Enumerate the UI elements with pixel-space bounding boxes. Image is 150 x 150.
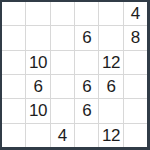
cell-empty[interactable]	[51, 51, 74, 74]
cell-empty[interactable]	[26, 124, 49, 147]
cell-empty[interactable]	[124, 51, 147, 74]
cell-empty[interactable]	[99, 2, 122, 25]
cell-empty[interactable]	[26, 2, 49, 25]
cell-given[interactable]: 12	[99, 124, 122, 147]
cell-empty[interactable]	[124, 75, 147, 98]
cell-given[interactable]: 10	[26, 51, 49, 74]
cell-empty[interactable]	[51, 26, 74, 49]
cell-empty[interactable]	[26, 26, 49, 49]
cell-given[interactable]: 4	[124, 2, 147, 25]
cell-empty[interactable]	[75, 124, 98, 147]
cell-empty[interactable]	[124, 124, 147, 147]
cell-given[interactable]: 6	[75, 26, 98, 49]
cell-empty[interactable]	[2, 75, 25, 98]
cell-given[interactable]: 8	[124, 26, 147, 49]
cell-given[interactable]: 10	[26, 99, 49, 122]
cell-empty[interactable]	[2, 2, 25, 25]
cell-empty[interactable]	[51, 2, 74, 25]
cell-empty[interactable]	[124, 99, 147, 122]
cell-empty[interactable]	[2, 124, 25, 147]
cell-given[interactable]: 6	[26, 75, 49, 98]
cell-empty[interactable]	[99, 99, 122, 122]
cell-given[interactable]: 6	[75, 75, 98, 98]
cell-given[interactable]: 4	[51, 124, 74, 147]
cell-empty[interactable]	[2, 26, 25, 49]
cell-empty[interactable]	[99, 26, 122, 49]
cell-given[interactable]: 6	[99, 75, 122, 98]
cell-empty[interactable]	[75, 2, 98, 25]
cell-given[interactable]: 12	[99, 51, 122, 74]
puzzle-board: 4681012666106412	[0, 0, 150, 150]
cell-empty[interactable]	[75, 51, 98, 74]
cell-given[interactable]: 6	[75, 99, 98, 122]
cell-empty[interactable]	[2, 51, 25, 74]
cell-empty[interactable]	[51, 75, 74, 98]
cell-empty[interactable]	[51, 99, 74, 122]
cell-empty[interactable]	[2, 99, 25, 122]
